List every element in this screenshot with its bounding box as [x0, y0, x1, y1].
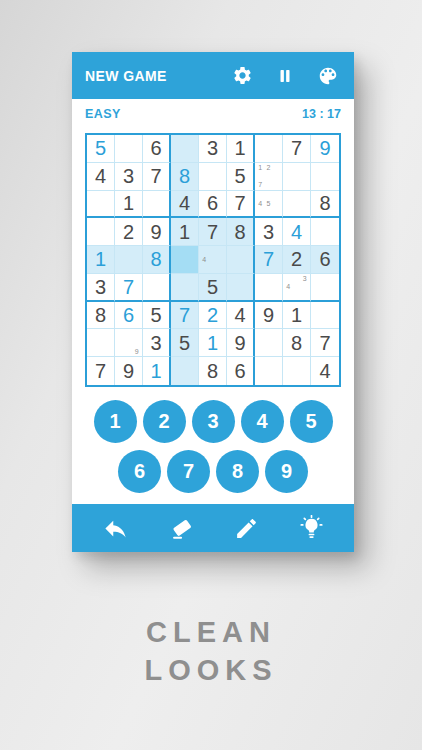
- given-digit: 9: [234, 333, 245, 353]
- cell-r7c6[interactable]: 4: [227, 302, 255, 330]
- given-digit: 6: [150, 138, 161, 158]
- undo-button[interactable]: [100, 513, 131, 544]
- cell-r2c8[interactable]: [283, 163, 311, 191]
- given-digit: 8: [207, 361, 218, 381]
- user-digit: 1: [95, 249, 106, 269]
- given-digit: 2: [291, 249, 302, 269]
- pause-button[interactable]: [274, 65, 296, 87]
- cell-r1c1[interactable]: 5: [87, 135, 115, 163]
- user-digit: 8: [150, 249, 161, 269]
- cell-r7c9[interactable]: [311, 302, 339, 330]
- cell-r9c3[interactable]: 1: [143, 357, 171, 385]
- given-digit: 4: [179, 193, 190, 213]
- cell-r5c7[interactable]: 7: [255, 246, 283, 274]
- hint-button[interactable]: [296, 513, 327, 544]
- cell-r4c4[interactable]: 1: [171, 218, 199, 246]
- given-digit: 3: [95, 277, 106, 297]
- cell-r7c8[interactable]: 1: [283, 302, 311, 330]
- cell-r8c2[interactable]: 9: [115, 329, 143, 357]
- given-digit: 6: [234, 361, 245, 381]
- cell-r2c5[interactable]: [199, 163, 227, 191]
- cell-r4c1[interactable]: [87, 218, 115, 246]
- caption-line-1: CLEAN: [0, 613, 422, 651]
- cell-r1c7[interactable]: [255, 135, 283, 163]
- cell-r3c1[interactable]: [87, 191, 115, 219]
- cell-r3c8[interactable]: [283, 191, 311, 219]
- user-digit: 8: [179, 166, 190, 186]
- given-digit: 8: [95, 305, 106, 325]
- sudoku-board: 5631794378512714674582917834184726375348…: [85, 133, 341, 387]
- cell-r9c9[interactable]: 4: [311, 357, 339, 385]
- number-pad-row-2: 6789: [118, 450, 308, 493]
- cell-r7c2[interactable]: 6: [115, 302, 143, 330]
- cell-r6c8[interactable]: 34: [283, 274, 311, 302]
- cell-r5c9[interactable]: 6: [311, 246, 339, 274]
- theme-button[interactable]: [315, 63, 341, 89]
- game-meta: EASY 13 : 17: [72, 99, 354, 121]
- given-digit: 5: [150, 305, 161, 325]
- eraser-icon: [168, 515, 195, 542]
- toolbar: [72, 504, 354, 552]
- given-digit: 7: [95, 361, 106, 381]
- cell-r9c2[interactable]: 9: [115, 357, 143, 385]
- pencil-notes: 9: [116, 330, 141, 355]
- page-title: NEW GAME: [85, 68, 230, 84]
- given-digit: 7: [207, 222, 218, 242]
- caption: CLEAN LOOKS: [0, 613, 422, 689]
- cell-r6c9[interactable]: [311, 274, 339, 302]
- undo-icon: [102, 515, 129, 542]
- given-digit: 3: [150, 333, 161, 353]
- cell-r4c8[interactable]: 4: [283, 218, 311, 246]
- cell-r3c5[interactable]: 6: [199, 191, 227, 219]
- cell-r6c6[interactable]: [227, 274, 255, 302]
- given-digit: 6: [319, 249, 330, 269]
- given-digit: 4: [95, 166, 106, 186]
- cell-r2c4[interactable]: 8: [171, 163, 199, 191]
- given-digit: 8: [319, 193, 330, 213]
- cell-r6c1[interactable]: 3: [87, 274, 115, 302]
- user-digit: 7: [179, 305, 190, 325]
- user-digit: 6: [123, 305, 134, 325]
- cell-r2c1[interactable]: 4: [87, 163, 115, 191]
- cell-r5c6[interactable]: [227, 246, 255, 274]
- cell-r7c1[interactable]: 8: [87, 302, 115, 330]
- cell-r5c4[interactable]: [171, 246, 199, 274]
- cell-r1c2[interactable]: [115, 135, 143, 163]
- cell-r4c2[interactable]: 2: [115, 218, 143, 246]
- timer: 13 : 17: [302, 107, 341, 121]
- numpad-5[interactable]: 5: [290, 400, 333, 443]
- given-digit: 3: [207, 138, 218, 158]
- numpad-8[interactable]: 8: [216, 450, 259, 493]
- given-digit: 1: [123, 193, 134, 213]
- cell-r1c9[interactable]: 9: [311, 135, 339, 163]
- given-digit: 7: [319, 333, 330, 353]
- numpad-1[interactable]: 1: [94, 400, 137, 443]
- given-digit: 3: [123, 166, 134, 186]
- pause-icon: [276, 67, 294, 85]
- cell-r8c8[interactable]: 8: [283, 329, 311, 357]
- cell-r9c6[interactable]: 6: [227, 357, 255, 385]
- given-digit: 6: [207, 193, 218, 213]
- cell-r2c9[interactable]: [311, 163, 339, 191]
- numpad-4[interactable]: 4: [241, 400, 284, 443]
- cell-r6c7[interactable]: [255, 274, 283, 302]
- given-digit: 2: [123, 222, 134, 242]
- phone-card: NEW GAME EASY 13 : 17 563179437851271467…: [72, 52, 354, 552]
- given-digit: 1: [179, 222, 190, 242]
- cell-r6c5[interactable]: 5: [199, 274, 227, 302]
- cell-r7c7[interactable]: 9: [255, 302, 283, 330]
- cell-r4c7[interactable]: 3: [255, 218, 283, 246]
- lightbulb-icon: [298, 515, 325, 542]
- cell-r9c8[interactable]: [283, 357, 311, 385]
- given-digit: 7: [291, 138, 302, 158]
- cell-r6c3[interactable]: [143, 274, 171, 302]
- given-digit: 7: [234, 193, 245, 213]
- cell-r4c3[interactable]: 9: [143, 218, 171, 246]
- caption-line-2: LOOKS: [0, 651, 422, 689]
- given-digit: 8: [234, 222, 245, 242]
- cell-r1c8[interactable]: 7: [283, 135, 311, 163]
- cell-r3c2[interactable]: 1: [115, 191, 143, 219]
- numpad-6[interactable]: 6: [118, 450, 161, 493]
- given-digit: 3: [263, 222, 274, 242]
- cell-r5c2[interactable]: [115, 246, 143, 274]
- given-digit: 5: [207, 277, 218, 297]
- user-digit: 7: [123, 277, 134, 297]
- number-pad-row-1: 12345: [94, 400, 333, 443]
- user-digit: 1: [150, 361, 161, 381]
- user-digit: 7: [263, 249, 274, 269]
- cell-r9c5[interactable]: 8: [199, 357, 227, 385]
- numpad-2[interactable]: 2: [143, 400, 186, 443]
- cell-r8c6[interactable]: 9: [227, 329, 255, 357]
- palette-icon: [317, 65, 339, 87]
- pencil-notes: 4: [200, 247, 225, 272]
- pencil-button[interactable]: [232, 514, 261, 543]
- cell-r2c7[interactable]: 127: [255, 163, 283, 191]
- cell-r5c3[interactable]: 8: [143, 246, 171, 274]
- eraser-button[interactable]: [166, 513, 197, 544]
- gear-icon: [232, 65, 253, 86]
- settings-button[interactable]: [230, 63, 255, 88]
- cell-r2c2[interactable]: 3: [115, 163, 143, 191]
- given-digit: 9: [263, 305, 274, 325]
- given-digit: 1: [291, 305, 302, 325]
- given-digit: 5: [179, 333, 190, 353]
- app-header: NEW GAME: [72, 52, 354, 99]
- cell-r3c4[interactable]: 4: [171, 191, 199, 219]
- cell-r5c1[interactable]: 1: [87, 246, 115, 274]
- given-digit: 4: [234, 305, 245, 325]
- cell-r4c5[interactable]: 7: [199, 218, 227, 246]
- numpad-3[interactable]: 3: [192, 400, 235, 443]
- cell-r7c3[interactable]: 5: [143, 302, 171, 330]
- cell-r9c1[interactable]: 7: [87, 357, 115, 385]
- numpad-9[interactable]: 9: [265, 450, 308, 493]
- pencil-notes: 127: [256, 164, 281, 189]
- cell-r8c3[interactable]: 3: [143, 329, 171, 357]
- pencil-notes: 34: [284, 275, 309, 299]
- cell-r8c1[interactable]: [87, 329, 115, 357]
- cell-r9c4[interactable]: [171, 357, 199, 385]
- numpad-7[interactable]: 7: [167, 450, 210, 493]
- cell-r7c4[interactable]: 7: [171, 302, 199, 330]
- cell-r9c7[interactable]: [255, 357, 283, 385]
- cell-r1c6[interactable]: 1: [227, 135, 255, 163]
- user-digit: 2: [207, 305, 218, 325]
- user-digit: 4: [291, 222, 302, 242]
- cell-r4c6[interactable]: 8: [227, 218, 255, 246]
- difficulty-label: EASY: [85, 107, 121, 121]
- cell-r6c2[interactable]: 7: [115, 274, 143, 302]
- cell-r1c5[interactable]: 3: [199, 135, 227, 163]
- pencil-notes: 45: [256, 192, 281, 216]
- cell-r1c4[interactable]: [171, 135, 199, 163]
- given-digit: 7: [150, 166, 161, 186]
- pencil-icon: [234, 516, 259, 541]
- cell-r7c5[interactable]: 2: [199, 302, 227, 330]
- cell-r3c3[interactable]: [143, 191, 171, 219]
- given-digit: 5: [234, 166, 245, 186]
- user-digit: 9: [319, 138, 330, 158]
- cell-r4c9[interactable]: [311, 218, 339, 246]
- cell-r6c4[interactable]: [171, 274, 199, 302]
- cell-r8c9[interactable]: 7: [311, 329, 339, 357]
- given-digit: 8: [291, 333, 302, 353]
- cell-r8c5[interactable]: 1: [199, 329, 227, 357]
- cell-r3c9[interactable]: 8: [311, 191, 339, 219]
- cell-r3c6[interactable]: 7: [227, 191, 255, 219]
- user-digit: 1: [207, 333, 218, 353]
- cell-r2c6[interactable]: 5: [227, 163, 255, 191]
- cell-r2c3[interactable]: 7: [143, 163, 171, 191]
- cell-r3c7[interactable]: 45: [255, 191, 283, 219]
- cell-r5c5[interactable]: 4: [199, 246, 227, 274]
- cell-r8c4[interactable]: 5: [171, 329, 199, 357]
- given-digit: 4: [319, 361, 330, 381]
- user-digit: 5: [95, 138, 106, 158]
- cell-r5c8[interactable]: 2: [283, 246, 311, 274]
- cell-r1c3[interactable]: 6: [143, 135, 171, 163]
- given-digit: 9: [150, 222, 161, 242]
- cell-r8c7[interactable]: [255, 329, 283, 357]
- given-digit: 9: [123, 361, 134, 381]
- given-digit: 1: [234, 138, 245, 158]
- number-pad: 12345 6789: [72, 400, 354, 493]
